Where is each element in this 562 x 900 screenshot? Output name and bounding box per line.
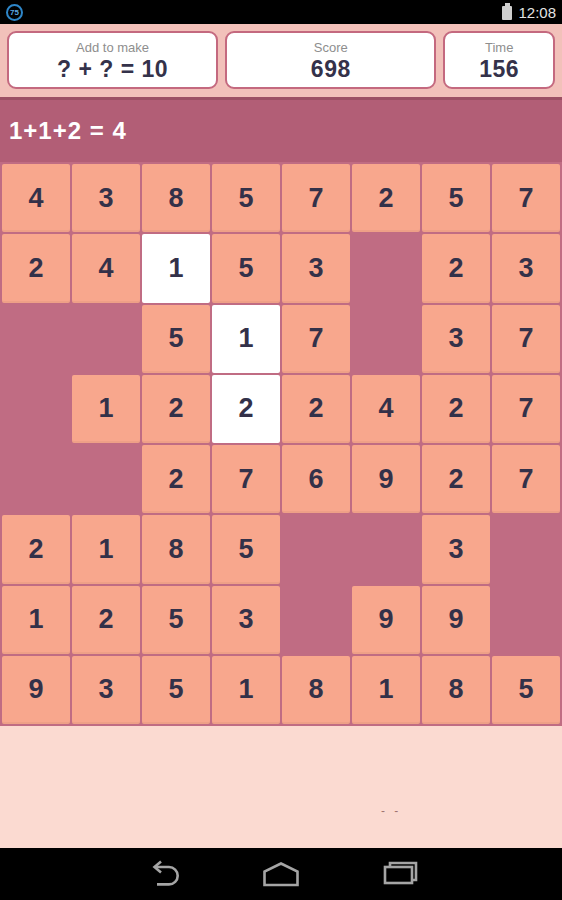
card-score-value: 698	[311, 56, 351, 82]
card-score-label: Score	[314, 39, 348, 56]
empty-cell	[282, 515, 350, 583]
current-equation: 1+1+2 = 4	[9, 117, 127, 145]
status-time: 12:08	[518, 4, 556, 21]
tile[interactable]: 2	[422, 234, 490, 302]
tile[interactable]: 2	[282, 375, 350, 443]
empty-cell	[282, 586, 350, 654]
tile[interactable]: 2	[142, 375, 210, 443]
tile[interactable]: 7	[492, 305, 560, 373]
ad-placeholder: - -	[381, 804, 401, 818]
tile[interactable]: 9	[2, 656, 70, 724]
recents-button[interactable]	[341, 848, 460, 900]
equation-banner: 1+1+2 = 4	[0, 97, 562, 162]
back-button[interactable]	[103, 848, 222, 900]
tile[interactable]: 8	[422, 656, 490, 724]
notification-badge-value: 75	[10, 8, 19, 17]
tile[interactable]: 2	[422, 445, 490, 513]
tile[interactable]: 3	[212, 586, 280, 654]
card-time: Time 156	[443, 31, 555, 89]
empty-cell	[492, 586, 560, 654]
card-score: Score 698	[225, 31, 436, 89]
tile[interactable]: 5	[212, 234, 280, 302]
tile[interactable]: 2	[2, 234, 70, 302]
card-time-value: 156	[479, 56, 519, 82]
tile[interactable]: 6	[282, 445, 350, 513]
header-cards: Add to make ? + ? = 10 Score 698 Time 15…	[0, 24, 562, 97]
empty-cell	[352, 515, 420, 583]
card-add-to-make-value: ? + ? = 10	[57, 56, 168, 82]
tile[interactable]: 2	[352, 164, 420, 232]
tile[interactable]: 9	[352, 586, 420, 654]
navigation-bar	[0, 848, 562, 900]
empty-cell	[352, 234, 420, 302]
card-add-to-make-label: Add to make	[76, 39, 149, 56]
status-bar: 75 12:08	[0, 0, 562, 24]
tile[interactable]: 1	[2, 586, 70, 654]
tile[interactable]: 7	[492, 445, 560, 513]
empty-cell	[72, 445, 140, 513]
tile-selected[interactable]: 2	[212, 375, 280, 443]
tile[interactable]: 8	[282, 656, 350, 724]
tile[interactable]: 7	[282, 305, 350, 373]
empty-cell	[2, 445, 70, 513]
tile[interactable]: 8	[142, 515, 210, 583]
battery-icon	[502, 6, 512, 20]
tile[interactable]: 4	[2, 164, 70, 232]
tile[interactable]: 2	[72, 586, 140, 654]
empty-cell	[2, 375, 70, 443]
tile[interactable]: 1	[352, 656, 420, 724]
tile[interactable]: 5	[212, 164, 280, 232]
tile[interactable]: 2	[142, 445, 210, 513]
tile[interactable]: 5	[492, 656, 560, 724]
tile[interactable]: 7	[492, 164, 560, 232]
app-screen: 75 12:08 Add to make ? + ? = 10 Score 69…	[0, 0, 562, 900]
home-button[interactable]	[222, 848, 341, 900]
tile[interactable]: 3	[72, 656, 140, 724]
tile[interactable]: 7	[282, 164, 350, 232]
tile[interactable]: 3	[492, 234, 560, 302]
tile[interactable]: 3	[422, 305, 490, 373]
back-icon	[143, 859, 181, 890]
tile[interactable]: 5	[142, 305, 210, 373]
empty-cell	[492, 515, 560, 583]
card-time-label: Time	[485, 39, 513, 56]
tile[interactable]: 7	[212, 445, 280, 513]
tile[interactable]: 9	[352, 445, 420, 513]
empty-cell	[352, 305, 420, 373]
tile[interactable]: 4	[72, 234, 140, 302]
tile[interactable]: 3	[282, 234, 350, 302]
tile[interactable]: 5	[422, 164, 490, 232]
card-add-to-make: Add to make ? + ? = 10	[7, 31, 218, 89]
empty-cell	[72, 305, 140, 373]
tile[interactable]: 8	[142, 164, 210, 232]
tile-selected[interactable]: 1	[142, 234, 210, 302]
tile[interactable]: 5	[142, 656, 210, 724]
tile[interactable]: 4	[352, 375, 420, 443]
tile[interactable]: 7	[492, 375, 560, 443]
tile[interactable]: 9	[422, 586, 490, 654]
status-bar-right: 12:08	[502, 4, 556, 21]
notification-badge-icon: 75	[6, 4, 23, 21]
empty-cell	[2, 305, 70, 373]
tile[interactable]: 1	[72, 375, 140, 443]
board: 4385725724153235173712224272769272185312…	[0, 162, 562, 726]
tile[interactable]: 3	[422, 515, 490, 583]
tile[interactable]: 1	[72, 515, 140, 583]
tile[interactable]: 2	[422, 375, 490, 443]
tile[interactable]: 2	[2, 515, 70, 583]
tile-selected[interactable]: 1	[212, 305, 280, 373]
tile[interactable]: 3	[72, 164, 140, 232]
tile[interactable]: 5	[212, 515, 280, 583]
tile[interactable]: 5	[142, 586, 210, 654]
tile[interactable]: 1	[212, 656, 280, 724]
home-icon	[260, 859, 302, 890]
footer-ad-area: - -	[0, 726, 562, 848]
recents-icon	[380, 859, 420, 890]
